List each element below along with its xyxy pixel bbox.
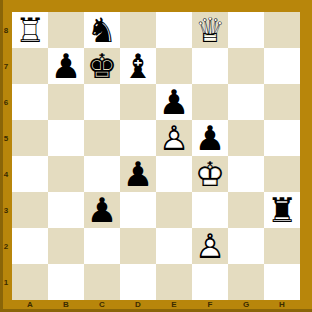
square-c4[interactable] — [84, 156, 120, 192]
square-a6[interactable] — [12, 84, 48, 120]
square-e1[interactable] — [156, 264, 192, 300]
square-h7[interactable] — [264, 48, 300, 84]
square-a7[interactable] — [12, 48, 48, 84]
square-e3[interactable] — [156, 192, 192, 228]
black-pawn-glyph: ♟ — [192, 120, 228, 156]
black-pawn-glyph: ♟ — [156, 84, 192, 120]
square-c8[interactable]: ♞ — [84, 12, 120, 48]
square-h4[interactable] — [264, 156, 300, 192]
square-e2[interactable] — [156, 228, 192, 264]
square-a3[interactable] — [12, 192, 48, 228]
square-h3[interactable]: ♜ — [264, 192, 300, 228]
square-f6[interactable] — [192, 84, 228, 120]
square-d8[interactable] — [120, 12, 156, 48]
square-d1[interactable] — [120, 264, 156, 300]
square-h1[interactable] — [264, 264, 300, 300]
board-frame: 87654321 ♜♖♞♛♕♟♚♝♟♟♙♟♟♚♔♟♜♟♙ ABCDEFGH — [0, 0, 312, 312]
square-f7[interactable] — [192, 48, 228, 84]
rank-label-6: 6 — [0, 84, 12, 120]
piece-black-pawn-c3[interactable]: ♟ — [84, 192, 120, 228]
white-pawn-glyph: ♙ — [156, 120, 192, 156]
piece-black-rook-h3[interactable]: ♜ — [264, 192, 300, 228]
square-h6[interactable] — [264, 84, 300, 120]
black-rook-glyph: ♜ — [264, 192, 300, 228]
rank-labels: 87654321 — [0, 12, 12, 300]
black-pawn-glyph: ♟ — [48, 48, 84, 84]
square-d6[interactable] — [120, 84, 156, 120]
black-pawn-glyph: ♟ — [120, 156, 156, 192]
square-g4[interactable] — [228, 156, 264, 192]
piece-white-queen-f8[interactable]: ♛♕ — [192, 12, 228, 48]
piece-black-pawn-f5[interactable]: ♟ — [192, 120, 228, 156]
square-c3[interactable]: ♟ — [84, 192, 120, 228]
square-e4[interactable] — [156, 156, 192, 192]
square-b3[interactable] — [48, 192, 84, 228]
square-g1[interactable] — [228, 264, 264, 300]
square-c5[interactable] — [84, 120, 120, 156]
square-c6[interactable] — [84, 84, 120, 120]
square-d4[interactable]: ♟ — [120, 156, 156, 192]
black-pawn-glyph: ♟ — [84, 192, 120, 228]
piece-black-pawn-e6[interactable]: ♟ — [156, 84, 192, 120]
square-c2[interactable] — [84, 228, 120, 264]
file-label-e: E — [156, 300, 192, 309]
square-h5[interactable] — [264, 120, 300, 156]
rank-label-5: 5 — [0, 120, 12, 156]
square-a4[interactable] — [12, 156, 48, 192]
white-rook-glyph: ♖ — [12, 12, 48, 48]
square-g3[interactable] — [228, 192, 264, 228]
square-g6[interactable] — [228, 84, 264, 120]
white-queen-glyph: ♕ — [192, 12, 228, 48]
rank-label-7: 7 — [0, 48, 12, 84]
file-label-d: D — [120, 300, 156, 309]
square-b4[interactable] — [48, 156, 84, 192]
square-f1[interactable] — [192, 264, 228, 300]
square-b1[interactable] — [48, 264, 84, 300]
black-king-glyph: ♚ — [84, 48, 120, 84]
square-d7[interactable]: ♝ — [120, 48, 156, 84]
piece-white-pawn-f2[interactable]: ♟♙ — [192, 228, 228, 264]
square-e8[interactable] — [156, 12, 192, 48]
file-label-b: B — [48, 300, 84, 309]
rank-label-3: 3 — [0, 192, 12, 228]
piece-white-pawn-e5[interactable]: ♟♙ — [156, 120, 192, 156]
square-f4[interactable]: ♚♔ — [192, 156, 228, 192]
square-c1[interactable] — [84, 264, 120, 300]
square-f2[interactable]: ♟♙ — [192, 228, 228, 264]
black-bishop-glyph: ♝ — [120, 48, 156, 84]
square-a5[interactable] — [12, 120, 48, 156]
chess-board-window: 87654321 ♜♖♞♛♕♟♚♝♟♟♙♟♟♚♔♟♜♟♙ ABCDEFGH — [0, 0, 312, 312]
square-g2[interactable] — [228, 228, 264, 264]
square-b5[interactable] — [48, 120, 84, 156]
square-e5[interactable]: ♟♙ — [156, 120, 192, 156]
white-king-glyph: ♔ — [192, 156, 228, 192]
chess-board: ♜♖♞♛♕♟♚♝♟♟♙♟♟♚♔♟♜♟♙ — [12, 12, 300, 300]
square-a1[interactable] — [12, 264, 48, 300]
square-a8[interactable]: ♜♖ — [12, 12, 48, 48]
square-b2[interactable] — [48, 228, 84, 264]
square-f5[interactable]: ♟ — [192, 120, 228, 156]
square-d3[interactable] — [120, 192, 156, 228]
piece-black-bishop-d7[interactable]: ♝ — [120, 48, 156, 84]
piece-black-pawn-b7[interactable]: ♟ — [48, 48, 84, 84]
white-pawn-glyph: ♙ — [192, 228, 228, 264]
square-f8[interactable]: ♛♕ — [192, 12, 228, 48]
square-g7[interactable] — [228, 48, 264, 84]
rank-label-1: 1 — [0, 264, 12, 300]
black-knight-glyph: ♞ — [84, 12, 120, 48]
square-d5[interactable] — [120, 120, 156, 156]
piece-black-pawn-d4[interactable]: ♟ — [120, 156, 156, 192]
square-f3[interactable] — [192, 192, 228, 228]
square-b7[interactable]: ♟ — [48, 48, 84, 84]
square-d2[interactable] — [120, 228, 156, 264]
square-g8[interactable] — [228, 12, 264, 48]
piece-black-king-c7[interactable]: ♚ — [84, 48, 120, 84]
square-b8[interactable] — [48, 12, 84, 48]
file-label-a: A — [12, 300, 48, 309]
square-b6[interactable] — [48, 84, 84, 120]
rank-label-4: 4 — [0, 156, 12, 192]
square-a2[interactable] — [12, 228, 48, 264]
square-g5[interactable] — [228, 120, 264, 156]
square-e6[interactable]: ♟ — [156, 84, 192, 120]
square-h2[interactable] — [264, 228, 300, 264]
square-c7[interactable]: ♚ — [84, 48, 120, 84]
file-label-f: F — [192, 300, 228, 309]
file-label-c: C — [84, 300, 120, 309]
file-label-g: G — [228, 300, 264, 309]
square-e7[interactable] — [156, 48, 192, 84]
file-label-h: H — [264, 300, 300, 309]
piece-white-rook-a8[interactable]: ♜♖ — [12, 12, 48, 48]
piece-black-knight-c8[interactable]: ♞ — [84, 12, 120, 48]
rank-label-2: 2 — [0, 228, 12, 264]
square-h8[interactable] — [264, 12, 300, 48]
rank-label-8: 8 — [0, 12, 12, 48]
piece-white-king-f4[interactable]: ♚♔ — [192, 156, 228, 192]
file-labels: ABCDEFGH — [12, 300, 300, 309]
